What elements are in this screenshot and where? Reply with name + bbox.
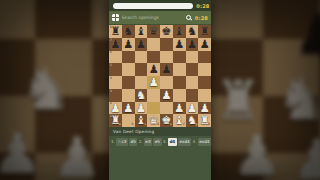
file-label: f xyxy=(183,123,184,126)
move-chip[interactable]: d5 xyxy=(129,138,137,145)
square-b7[interactable]: ♟ xyxy=(122,38,135,51)
black-knight-g8: ♞ xyxy=(187,25,197,38)
square-d4[interactable]: ♟ xyxy=(147,76,160,89)
square-d3[interactable] xyxy=(147,89,160,102)
chess-board[interactable]: 8♜♞♝♛♚♝♞♜7♟♟♟♟♟♟65♟♟4♟3♞♟2♟♟♟♟♟♟1a♜bc♝d♛… xyxy=(109,25,211,127)
square-h1[interactable]: h♜ xyxy=(198,114,211,127)
black-bishop-c8: ♝ xyxy=(136,25,146,38)
backdrop-black-piece: ♟ xyxy=(294,8,320,62)
square-g7[interactable]: ♟ xyxy=(186,38,199,51)
black-pawn-g7: ♟ xyxy=(187,38,197,51)
square-e4[interactable] xyxy=(160,76,173,89)
screenshot-frame: ♟♞♟♟♜♞♟♟ 0:28 Search openings 0:28 8♜♞♝♛… xyxy=(0,0,320,180)
square-d7[interactable] xyxy=(147,38,160,51)
square-h7[interactable]: ♟ xyxy=(198,38,211,51)
square-b4[interactable] xyxy=(122,76,135,89)
square-h8[interactable]: ♜ xyxy=(198,25,211,38)
square-b6[interactable] xyxy=(122,51,135,64)
square-a1[interactable]: 1a♜ xyxy=(109,114,122,127)
square-c4[interactable] xyxy=(135,76,148,89)
square-c3[interactable]: ♞ xyxy=(135,89,148,102)
square-c1[interactable]: c♝ xyxy=(135,114,148,127)
rank-label: 2 xyxy=(110,102,112,105)
square-g8[interactable]: ♞ xyxy=(186,25,199,38)
square-c8[interactable]: ♝ xyxy=(135,25,148,38)
black-pawn-c7: ♟ xyxy=(136,38,146,51)
black-bishop-f8: ♝ xyxy=(174,25,184,38)
square-a5[interactable]: 5 xyxy=(109,63,122,76)
search-icon[interactable] xyxy=(185,14,192,21)
square-g5[interactable] xyxy=(186,63,199,76)
square-e7[interactable] xyxy=(160,38,173,51)
square-g3[interactable] xyxy=(186,89,199,102)
clock-top: 0:28 xyxy=(196,3,209,9)
square-h6[interactable] xyxy=(198,51,211,64)
square-f7[interactable]: ♟ xyxy=(173,38,186,51)
move-number: 3. xyxy=(163,139,167,145)
square-b2[interactable]: ♟ xyxy=(122,102,135,115)
square-e3[interactable]: ♟ xyxy=(160,89,173,102)
backdrop-white-piece: ♜ xyxy=(214,74,262,128)
file-label: a xyxy=(119,123,121,126)
square-b1[interactable]: b xyxy=(122,114,135,127)
rank-label: 3 xyxy=(110,90,112,93)
move-chip[interactable]: e5 xyxy=(153,138,161,145)
square-e8[interactable]: ♚ xyxy=(160,25,173,38)
move-number: 2. xyxy=(139,139,143,145)
square-d8[interactable]: ♛ xyxy=(147,25,160,38)
file-label: c xyxy=(145,123,147,126)
board-icon[interactable] xyxy=(112,14,119,21)
white-pawn-b2: ♟ xyxy=(123,102,133,115)
move-chip[interactable]: exd4 xyxy=(198,138,211,145)
square-h4[interactable] xyxy=(198,76,211,89)
rank-label: 5 xyxy=(110,64,112,67)
backdrop-white-piece: ♟ xyxy=(292,132,320,180)
file-label: e xyxy=(170,123,172,126)
square-e5[interactable]: ♟ xyxy=(160,63,173,76)
square-c7[interactable]: ♟ xyxy=(135,38,148,51)
black-king-e8: ♚ xyxy=(161,25,171,38)
rank-label: 7 xyxy=(110,39,112,42)
search-placeholder[interactable]: Search openings xyxy=(122,15,183,20)
app-header: Search openings 0:28 xyxy=(109,11,211,25)
black-pawn-b7: ♟ xyxy=(123,38,133,51)
top-bar: 0:28 xyxy=(109,0,211,11)
black-pawn-e5: ♟ xyxy=(161,63,171,76)
square-h3[interactable] xyxy=(198,89,211,102)
rank-label: 4 xyxy=(110,77,112,80)
square-c5[interactable] xyxy=(135,63,148,76)
square-a7[interactable]: 7♟ xyxy=(109,38,122,51)
square-g4[interactable] xyxy=(186,76,199,89)
black-pawn-f7: ♟ xyxy=(174,38,184,51)
opening-name: Van Geet Opening xyxy=(113,129,154,134)
move-chip[interactable]: e3 xyxy=(144,138,152,145)
file-label: g xyxy=(195,123,197,126)
square-d1[interactable]: d♛ xyxy=(147,114,160,127)
square-b5[interactable] xyxy=(122,63,135,76)
move-number: 1. xyxy=(111,139,115,145)
white-pawn-e3: ♟ xyxy=(161,89,171,102)
black-queen-d8: ♛ xyxy=(148,25,158,38)
move-chip[interactable]: exd4 xyxy=(178,138,191,145)
black-knight-b8: ♞ xyxy=(123,25,133,38)
rank-label: 1 xyxy=(110,115,112,118)
square-a3[interactable]: 3 xyxy=(109,89,122,102)
square-g1[interactable]: g♞ xyxy=(186,114,199,127)
analysis-panel xyxy=(109,148,211,180)
black-pawn-h7: ♟ xyxy=(199,38,209,51)
square-f6[interactable] xyxy=(173,51,186,64)
file-label: b xyxy=(131,123,133,126)
chess-app-window: 0:28 Search openings 0:28 8♜♞♝♛♚♝♞♜7♟♟♟♟… xyxy=(109,0,211,180)
backdrop-white-piece: ♟ xyxy=(0,126,42,180)
opening-name-bar: Van Geet Opening xyxy=(109,127,211,136)
file-label: d xyxy=(157,123,159,126)
black-rook-h8: ♜ xyxy=(199,25,209,38)
backdrop-white-piece: ♟ xyxy=(52,130,102,180)
square-g6[interactable] xyxy=(186,51,199,64)
square-e1[interactable]: e♚ xyxy=(160,114,173,127)
rank-label: 8 xyxy=(110,26,112,29)
move-chip[interactable]: ♘c3 xyxy=(116,138,128,145)
backdrop-white-piece: ♞ xyxy=(20,60,72,118)
white-knight-c3: ♞ xyxy=(136,89,146,102)
square-b8[interactable]: ♞ xyxy=(122,25,135,38)
square-a6[interactable]: 6 xyxy=(109,51,122,64)
square-f8[interactable]: ♝ xyxy=(173,25,186,38)
square-f5[interactable] xyxy=(173,63,186,76)
search-bar[interactable] xyxy=(113,3,193,10)
square-b3[interactable] xyxy=(122,89,135,102)
square-a8[interactable]: 8♜ xyxy=(109,25,122,38)
clock-bottom: 0:28 xyxy=(195,15,208,21)
move-list[interactable]: 1.♘c3d52.e3e53.d4exd44.exd4♘c65.♘f3 xyxy=(109,136,211,148)
square-f3[interactable] xyxy=(173,89,186,102)
move-number: 4. xyxy=(192,139,196,145)
square-h5[interactable] xyxy=(198,63,211,76)
backdrop-white-piece: ♞ xyxy=(276,70,320,128)
square-f1[interactable]: f♝ xyxy=(173,114,186,127)
white-pawn-d4: ♟ xyxy=(148,76,158,89)
backdrop-white-piece: ♟ xyxy=(232,128,282,180)
square-a4[interactable]: 4 xyxy=(109,76,122,89)
move-chip-current[interactable]: d4 xyxy=(168,138,177,145)
rank-label: 6 xyxy=(110,51,112,54)
file-label: h xyxy=(208,123,210,126)
square-c6[interactable] xyxy=(135,51,148,64)
square-f4[interactable] xyxy=(173,76,186,89)
